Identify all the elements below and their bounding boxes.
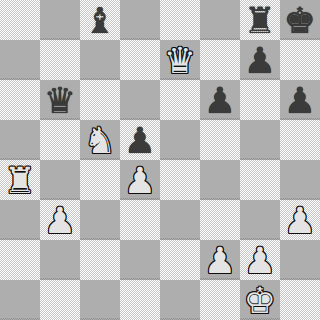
square-c3[interactable]	[80, 200, 120, 240]
square-c6[interactable]	[80, 80, 120, 120]
square-f6[interactable]: ♟	[200, 80, 240, 120]
square-a8[interactable]	[0, 0, 40, 40]
square-g7[interactable]: ♟	[240, 40, 280, 80]
square-a1[interactable]	[0, 280, 40, 320]
white-pawn-b3[interactable]: ♟	[44, 203, 76, 239]
square-g3[interactable]	[240, 200, 280, 240]
black-pawn-d5[interactable]: ♟	[124, 123, 156, 159]
square-d6[interactable]	[120, 80, 160, 120]
square-g5[interactable]	[240, 120, 280, 160]
black-bishop-c8[interactable]: ♝	[84, 3, 116, 39]
square-f4[interactable]	[200, 160, 240, 200]
square-e5[interactable]	[160, 120, 200, 160]
square-a4[interactable]: ♜	[0, 160, 40, 200]
square-f2[interactable]: ♟	[200, 240, 240, 280]
black-rook-g8[interactable]: ♜	[244, 3, 276, 39]
square-f5[interactable]	[200, 120, 240, 160]
square-f8[interactable]	[200, 0, 240, 40]
square-e2[interactable]	[160, 240, 200, 280]
white-pawn-h3[interactable]: ♟	[284, 203, 316, 239]
square-g4[interactable]	[240, 160, 280, 200]
square-b4[interactable]	[40, 160, 80, 200]
square-h3[interactable]: ♟	[280, 200, 320, 240]
square-g6[interactable]	[240, 80, 280, 120]
white-rook-a4[interactable]: ♜	[4, 163, 36, 199]
square-e7[interactable]: ♛	[160, 40, 200, 80]
square-b6[interactable]: ♛	[40, 80, 80, 120]
square-h6[interactable]: ♟	[280, 80, 320, 120]
white-queen-e7[interactable]: ♛	[164, 43, 196, 79]
square-a2[interactable]	[0, 240, 40, 280]
square-h4[interactable]	[280, 160, 320, 200]
chess-board: ♝♜♚♛♟♛♟♟♞♟♜♟♟♟♟♟♚	[0, 0, 320, 320]
square-c1[interactable]	[80, 280, 120, 320]
square-g8[interactable]: ♜	[240, 0, 280, 40]
square-f7[interactable]	[200, 40, 240, 80]
square-a6[interactable]	[0, 80, 40, 120]
square-c2[interactable]	[80, 240, 120, 280]
square-f1[interactable]	[200, 280, 240, 320]
white-pawn-d4[interactable]: ♟	[124, 163, 156, 199]
square-d5[interactable]: ♟	[120, 120, 160, 160]
square-g1[interactable]: ♚	[240, 280, 280, 320]
black-king-h8[interactable]: ♚	[284, 3, 316, 39]
black-pawn-g7[interactable]: ♟	[244, 43, 276, 79]
square-h8[interactable]: ♚	[280, 0, 320, 40]
black-pawn-f6[interactable]: ♟	[204, 83, 236, 119]
square-f3[interactable]	[200, 200, 240, 240]
square-h5[interactable]	[280, 120, 320, 160]
square-c7[interactable]	[80, 40, 120, 80]
square-d8[interactable]	[120, 0, 160, 40]
square-d1[interactable]	[120, 280, 160, 320]
square-d3[interactable]	[120, 200, 160, 240]
white-knight-c5[interactable]: ♞	[84, 123, 116, 159]
square-b7[interactable]	[40, 40, 80, 80]
square-d2[interactable]	[120, 240, 160, 280]
square-b2[interactable]	[40, 240, 80, 280]
square-h2[interactable]	[280, 240, 320, 280]
square-b8[interactable]	[40, 0, 80, 40]
square-c8[interactable]: ♝	[80, 0, 120, 40]
square-g2[interactable]: ♟	[240, 240, 280, 280]
square-b1[interactable]	[40, 280, 80, 320]
square-e3[interactable]	[160, 200, 200, 240]
white-pawn-f2[interactable]: ♟	[204, 243, 236, 279]
square-h7[interactable]	[280, 40, 320, 80]
square-b3[interactable]: ♟	[40, 200, 80, 240]
square-e6[interactable]	[160, 80, 200, 120]
black-queen-b6[interactable]: ♛	[44, 83, 76, 119]
white-pawn-g2[interactable]: ♟	[244, 243, 276, 279]
square-c5[interactable]: ♞	[80, 120, 120, 160]
square-a7[interactable]	[0, 40, 40, 80]
square-b5[interactable]	[40, 120, 80, 160]
black-pawn-h6[interactable]: ♟	[284, 83, 316, 119]
square-d4[interactable]: ♟	[120, 160, 160, 200]
square-e1[interactable]	[160, 280, 200, 320]
square-d7[interactable]	[120, 40, 160, 80]
square-h1[interactable]	[280, 280, 320, 320]
square-e4[interactable]	[160, 160, 200, 200]
white-king-g1[interactable]: ♚	[244, 283, 276, 319]
square-a5[interactable]	[0, 120, 40, 160]
square-c4[interactable]	[80, 160, 120, 200]
square-e8[interactable]	[160, 0, 200, 40]
square-a3[interactable]	[0, 200, 40, 240]
